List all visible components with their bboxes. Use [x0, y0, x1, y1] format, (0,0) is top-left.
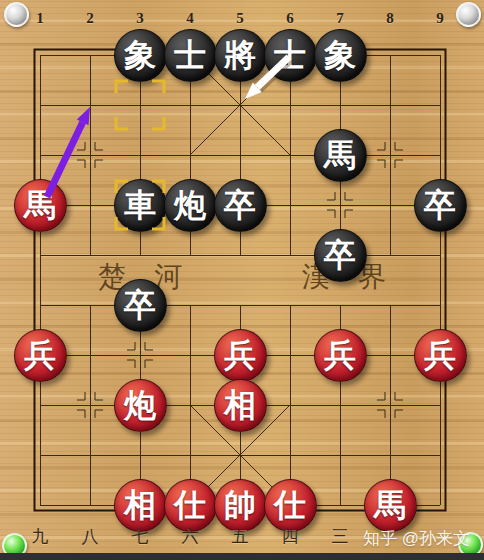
piece-glyph: 兵: [24, 339, 56, 371]
piece-black-將-f5r0[interactable]: 將: [214, 29, 267, 82]
piece-glyph: 帥: [224, 489, 256, 521]
file-label-bottom-6: 四: [282, 525, 299, 548]
piece-glyph: 兵: [224, 339, 256, 371]
piece-red-相-f5r7[interactable]: 相: [214, 379, 267, 432]
piece-black-炮-f4r3[interactable]: 炮: [164, 179, 217, 232]
file-label-top-4: 4: [186, 10, 194, 27]
file-label-bottom-1: 九: [32, 525, 49, 548]
xiangqi-board[interactable]: 象士將士象馬馬車炮卒卒卒卒兵兵兵兵炮相相仕帥仕馬: [15, 30, 465, 530]
piece-black-卒-f9r3[interactable]: 卒: [414, 179, 467, 232]
piece-black-車-f3r3[interactable]: 車: [114, 179, 167, 232]
file-label-top-1: 1: [36, 10, 44, 27]
piece-black-卒-f3r5[interactable]: 卒: [114, 279, 167, 332]
corner-ball-top-left: [4, 2, 29, 27]
corner-ball-top-right: [456, 2, 481, 27]
piece-glyph: 將: [224, 39, 256, 71]
watermark: 知乎 @孙来文: [363, 527, 470, 550]
piece-glyph: 相: [224, 389, 256, 421]
piece-glyph: 卒: [424, 189, 456, 221]
piece-red-兵-f5r6[interactable]: 兵: [214, 329, 267, 382]
piece-black-象-f7r0[interactable]: 象: [314, 29, 367, 82]
piece-glyph: 馬: [374, 489, 406, 521]
piece-glyph: 卒: [324, 239, 356, 271]
piece-red-炮-f3r7[interactable]: 炮: [114, 379, 167, 432]
piece-red-馬-f1r3[interactable]: 馬: [14, 179, 67, 232]
piece-glyph: 士: [174, 39, 206, 71]
piece-glyph: 仕: [274, 489, 306, 521]
file-label-top-9: 9: [436, 10, 444, 27]
piece-glyph: 兵: [324, 339, 356, 371]
piece-glyph: 馬: [324, 139, 356, 171]
file-label-top-5: 5: [236, 10, 244, 27]
piece-red-兵-f1r6[interactable]: 兵: [14, 329, 67, 382]
file-label-top-3: 3: [136, 10, 144, 27]
file-label-top-8: 8: [386, 10, 394, 27]
piece-glyph: 卒: [124, 289, 156, 321]
piece-glyph: 車: [124, 189, 156, 221]
piece-red-馬-f8r9[interactable]: 馬: [364, 479, 417, 532]
file-label-top-6: 6: [286, 10, 294, 27]
piece-black-象-f3r0[interactable]: 象: [114, 29, 167, 82]
piece-black-馬-f7r2[interactable]: 馬: [314, 129, 367, 182]
piece-glyph: 仕: [174, 489, 206, 521]
file-label-bottom-3: 七: [132, 525, 149, 548]
piece-glyph: 相: [124, 489, 156, 521]
piece-black-卒-f5r3[interactable]: 卒: [214, 179, 267, 232]
piece-glyph: 士: [274, 39, 306, 71]
piece-red-兵-f7r6[interactable]: 兵: [314, 329, 367, 382]
file-label-top-7: 7: [336, 10, 344, 27]
bottom-strip: [0, 553, 484, 560]
piece-black-士-f6r0[interactable]: 士: [264, 29, 317, 82]
piece-glyph: 炮: [174, 189, 206, 221]
file-label-bottom-4: 六: [182, 525, 199, 548]
piece-black-卒-f7r4[interactable]: 卒: [314, 229, 367, 282]
piece-red-兵-f9r6[interactable]: 兵: [414, 329, 467, 382]
file-label-bottom-5: 五: [232, 525, 249, 548]
piece-glyph: 兵: [424, 339, 456, 371]
file-label-bottom-7: 三: [332, 525, 349, 548]
piece-glyph: 象: [324, 39, 356, 71]
file-label-top-2: 2: [86, 10, 94, 27]
piece-glyph: 象: [124, 39, 156, 71]
piece-glyph: 卒: [224, 189, 256, 221]
piece-glyph: 馬: [24, 189, 56, 221]
xiangqi-app: 象士將士象馬馬車炮卒卒卒卒兵兵兵兵炮相相仕帥仕馬 知乎 @孙来文 1234567…: [0, 0, 484, 560]
piece-glyph: 炮: [124, 389, 156, 421]
piece-black-士-f4r0[interactable]: 士: [164, 29, 217, 82]
file-label-bottom-2: 八: [82, 525, 99, 548]
